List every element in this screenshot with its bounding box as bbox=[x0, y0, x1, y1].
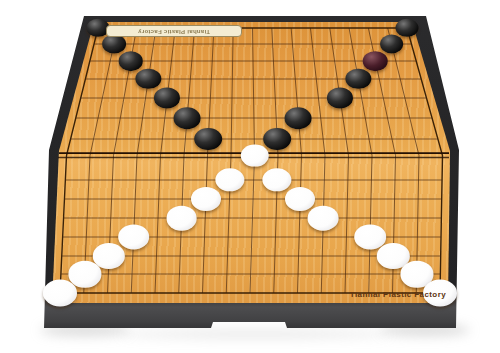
white-stone[interactable] bbox=[285, 187, 315, 211]
black-stone[interactable] bbox=[363, 51, 388, 71]
black-stone[interactable] bbox=[327, 88, 353, 109]
black-stone[interactable] bbox=[263, 128, 291, 150]
white-stone[interactable] bbox=[240, 144, 268, 167]
go-board-product-photo: Tianhai Plastic Factory Tianhai Plastic … bbox=[0, 0, 500, 353]
white-stone[interactable] bbox=[308, 206, 339, 231]
brand-label-bottom: Tianhai Plastic Factory bbox=[300, 290, 446, 299]
black-stone[interactable] bbox=[194, 128, 222, 150]
white-stone[interactable] bbox=[166, 206, 197, 231]
black-stone[interactable] bbox=[118, 51, 143, 71]
black-stone[interactable] bbox=[380, 34, 404, 53]
white-stone[interactable] bbox=[43, 279, 77, 306]
black-stone[interactable] bbox=[285, 107, 312, 129]
black-stone[interactable] bbox=[154, 88, 180, 109]
white-stone[interactable] bbox=[93, 243, 125, 269]
black-stone[interactable] bbox=[174, 107, 201, 129]
white-stone[interactable] bbox=[118, 224, 150, 249]
white-stone[interactable] bbox=[191, 187, 221, 211]
black-stone[interactable] bbox=[102, 34, 126, 53]
brand-label-top-upside-down: Tianhai Plastic Factory bbox=[106, 25, 242, 37]
